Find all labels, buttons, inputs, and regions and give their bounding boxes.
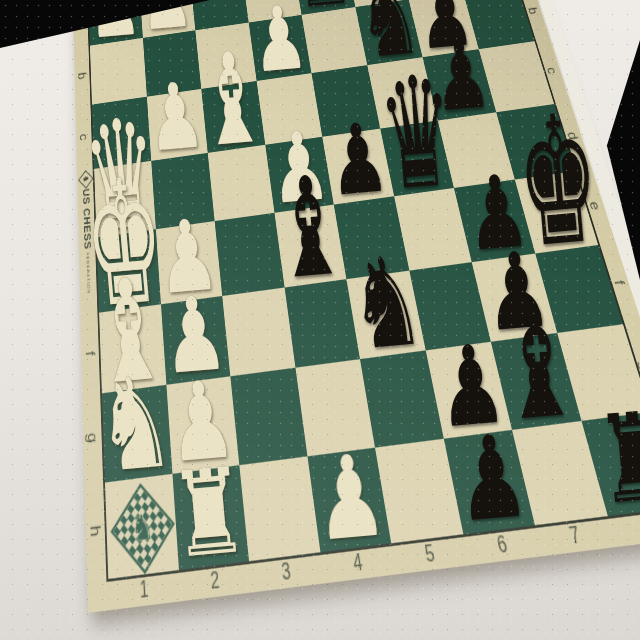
rank-label-8: 8 xyxy=(632,510,640,544)
rank-label-6: 6 xyxy=(487,528,518,562)
file-label-left-b: b xyxy=(74,65,91,85)
square-h2 xyxy=(172,465,249,571)
square-d3 xyxy=(208,144,274,221)
us-chess-corner-logo: ♞ xyxy=(111,483,175,574)
board-grid: ♞ xyxy=(88,0,640,579)
file-label-left-h: h xyxy=(86,515,108,547)
brand-subtitle: FEDERATION xyxy=(86,252,91,294)
rank-label-1: 1 xyxy=(132,573,157,607)
knight-logo-icon: ♞ xyxy=(78,170,94,188)
file-label-left-g: g xyxy=(83,423,104,452)
square-e3 xyxy=(215,213,284,296)
rank-label-4: 4 xyxy=(344,546,373,580)
square-h1: ♞ xyxy=(105,473,179,579)
chess-board: ♞ aabbccdeffgghh12345678 ♞ US CHESS FEDE… xyxy=(72,0,640,613)
square-f2 xyxy=(160,295,230,384)
square-g3 xyxy=(230,368,307,465)
square-b3 xyxy=(195,22,256,89)
rank-label-2: 2 xyxy=(202,564,228,598)
rank-label-5: 5 xyxy=(415,537,445,571)
brand-name: US CHESS xyxy=(81,188,92,250)
square-g2 xyxy=(166,376,239,473)
square-e2 xyxy=(155,221,222,304)
file-label-left-f: f xyxy=(81,340,101,367)
chessboard-photo-scene: ♞ aabbccdeffgghh12345678 ♞ US CHESS FEDE… xyxy=(0,0,640,640)
square-d1 xyxy=(94,160,155,237)
square-b2 xyxy=(143,30,202,97)
square-f3 xyxy=(222,287,295,376)
file-label-left-c: c xyxy=(76,126,93,148)
square-c2 xyxy=(147,89,208,161)
square-b1 xyxy=(90,38,147,105)
square-e1 xyxy=(97,229,161,312)
rank-label-3: 3 xyxy=(273,555,300,589)
square-h3 xyxy=(239,456,320,561)
square-c1 xyxy=(92,97,151,169)
square-c3 xyxy=(201,81,265,152)
square-d2 xyxy=(151,152,215,229)
rank-label-7: 7 xyxy=(559,519,591,553)
square-f1 xyxy=(99,304,166,394)
logo-knight-icon: ♞ xyxy=(131,509,155,547)
square-b4 xyxy=(248,14,311,81)
square-g1 xyxy=(102,385,172,482)
